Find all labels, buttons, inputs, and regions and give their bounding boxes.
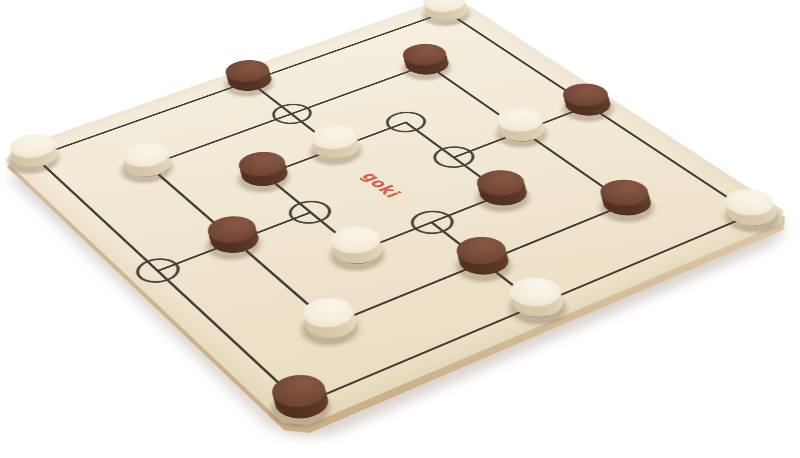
white-piece-g7[interactable]: [719, 196, 788, 233]
morris-board: goki: [35, 12, 753, 405]
scene: goki: [0, 0, 800, 458]
